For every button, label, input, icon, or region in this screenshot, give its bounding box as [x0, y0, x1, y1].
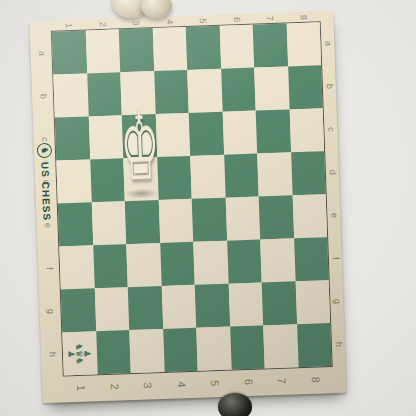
square-h4[interactable]: [163, 328, 198, 372]
square-e5[interactable]: [192, 198, 227, 242]
square-f4[interactable]: [160, 242, 195, 286]
square-g1[interactable]: [61, 288, 96, 332]
square-c4[interactable]: [155, 113, 190, 157]
square-f8[interactable]: [294, 237, 329, 281]
chessboard-mat: 12345678 12345678 abcdefgh abcdefgh ♞ US…: [29, 11, 346, 403]
coordinate-label: 7: [269, 364, 294, 398]
square-b6[interactable]: [221, 68, 256, 112]
square-f1[interactable]: [59, 245, 94, 289]
white-king[interactable]: ♚: [119, 102, 161, 195]
square-a7[interactable]: [253, 23, 288, 67]
square-f5[interactable]: [193, 241, 228, 285]
knight-roundel-icon: ♞: [37, 143, 53, 159]
coordinate-label: 4: [169, 367, 194, 401]
square-f3[interactable]: [126, 243, 161, 287]
square-a1[interactable]: [52, 30, 87, 74]
square-d8[interactable]: [291, 151, 326, 195]
square-g7[interactable]: [262, 281, 297, 325]
coordinate-label: 3: [135, 368, 160, 402]
square-d4[interactable]: [157, 156, 192, 200]
square-g3[interactable]: [128, 286, 163, 330]
square-c2[interactable]: [88, 115, 123, 159]
square-c8[interactable]: [289, 108, 324, 152]
diamond-logo-row: ♟: [84, 349, 92, 356]
square-c6[interactable]: [222, 111, 257, 155]
offboard-black-piece[interactable]: [218, 393, 252, 416]
square-d6[interactable]: [224, 154, 259, 198]
square-b8[interactable]: [288, 65, 323, 109]
square-a2[interactable]: [85, 29, 120, 73]
square-b5[interactable]: [187, 69, 222, 113]
square-f6[interactable]: [227, 240, 262, 284]
square-a4[interactable]: [152, 27, 187, 71]
square-d2[interactable]: [90, 158, 125, 202]
square-c1[interactable]: [55, 116, 90, 160]
square-e3[interactable]: [125, 200, 160, 244]
coordinate-label: 1: [68, 371, 93, 405]
board-grid: ♟♞♛♞♟♚: [52, 22, 332, 375]
square-b2[interactable]: [87, 72, 122, 116]
square-h2[interactable]: [96, 330, 131, 374]
square-e1[interactable]: [58, 202, 93, 246]
square-c7[interactable]: [256, 109, 291, 153]
square-a3[interactable]: [119, 28, 154, 72]
square-g2[interactable]: [94, 287, 129, 331]
square-g8[interactable]: [295, 280, 330, 324]
square-a8[interactable]: [286, 22, 321, 66]
square-e2[interactable]: [91, 201, 126, 245]
square-b1[interactable]: [53, 73, 88, 117]
diamond-logo-row: ♟: [68, 350, 76, 357]
square-h3[interactable]: [129, 329, 164, 373]
coordinate-label: 8: [303, 363, 328, 397]
diamond-logo-row: ♞♛♞: [75, 343, 84, 364]
square-e8[interactable]: [292, 194, 327, 238]
square-h7[interactable]: [263, 324, 298, 368]
us-chess-logo: ♞ US CHESS: [35, 143, 59, 256]
square-e6[interactable]: [225, 197, 260, 241]
square-d5[interactable]: [190, 155, 225, 199]
square-h6[interactable]: [230, 325, 265, 369]
us-chess-logo-text: US CHESS: [40, 162, 53, 221]
square-g5[interactable]: [195, 284, 230, 328]
square-d1[interactable]: [56, 159, 91, 203]
square-f2[interactable]: [93, 244, 128, 288]
square-h1[interactable]: ♟♞♛♞♟: [62, 331, 97, 375]
square-f7[interactable]: [260, 238, 295, 282]
square-d7[interactable]: [257, 152, 292, 196]
square-a5[interactable]: [186, 26, 221, 70]
square-c5[interactable]: [189, 112, 224, 156]
square-e4[interactable]: [158, 199, 193, 243]
square-h5[interactable]: [196, 327, 231, 371]
square-g6[interactable]: [228, 282, 263, 326]
square-g4[interactable]: [161, 285, 196, 329]
square-b4[interactable]: [154, 70, 189, 114]
photo-scene: 12345678 12345678 abcdefgh abcdefgh ♞ US…: [0, 0, 416, 416]
square-h8[interactable]: [297, 323, 332, 367]
square-b7[interactable]: [254, 66, 289, 110]
coordinate-label: 2: [102, 370, 127, 404]
square-e7[interactable]: [259, 195, 294, 239]
square-a6[interactable]: [219, 25, 254, 69]
